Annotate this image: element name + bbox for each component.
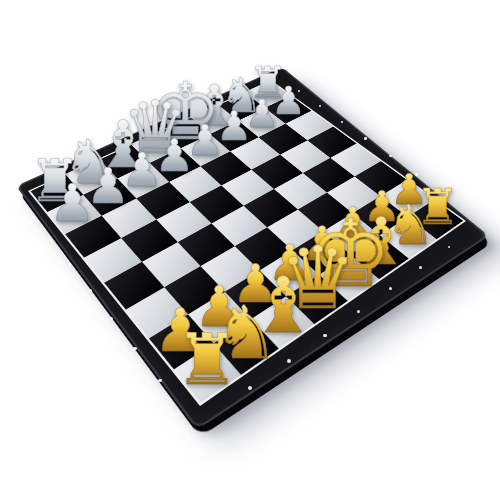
piece-silver-pawn-a7[interactable]: ♟ (49, 178, 95, 230)
chess-set-photo: ♜♞♝♛♚♝♞♜♟♟♟♟♟♟♟♟♟♟♟♟♟♟♟♟♜♞♝♛♚♝♞♜ (0, 0, 500, 500)
piece-gold-rook-a1[interactable]: ♜ (175, 324, 239, 395)
pieces-layer: ♜♞♝♛♚♝♞♜♟♟♟♟♟♟♟♟♟♟♟♟♟♟♟♟♜♞♝♛♚♝♞♜ (0, 0, 500, 500)
